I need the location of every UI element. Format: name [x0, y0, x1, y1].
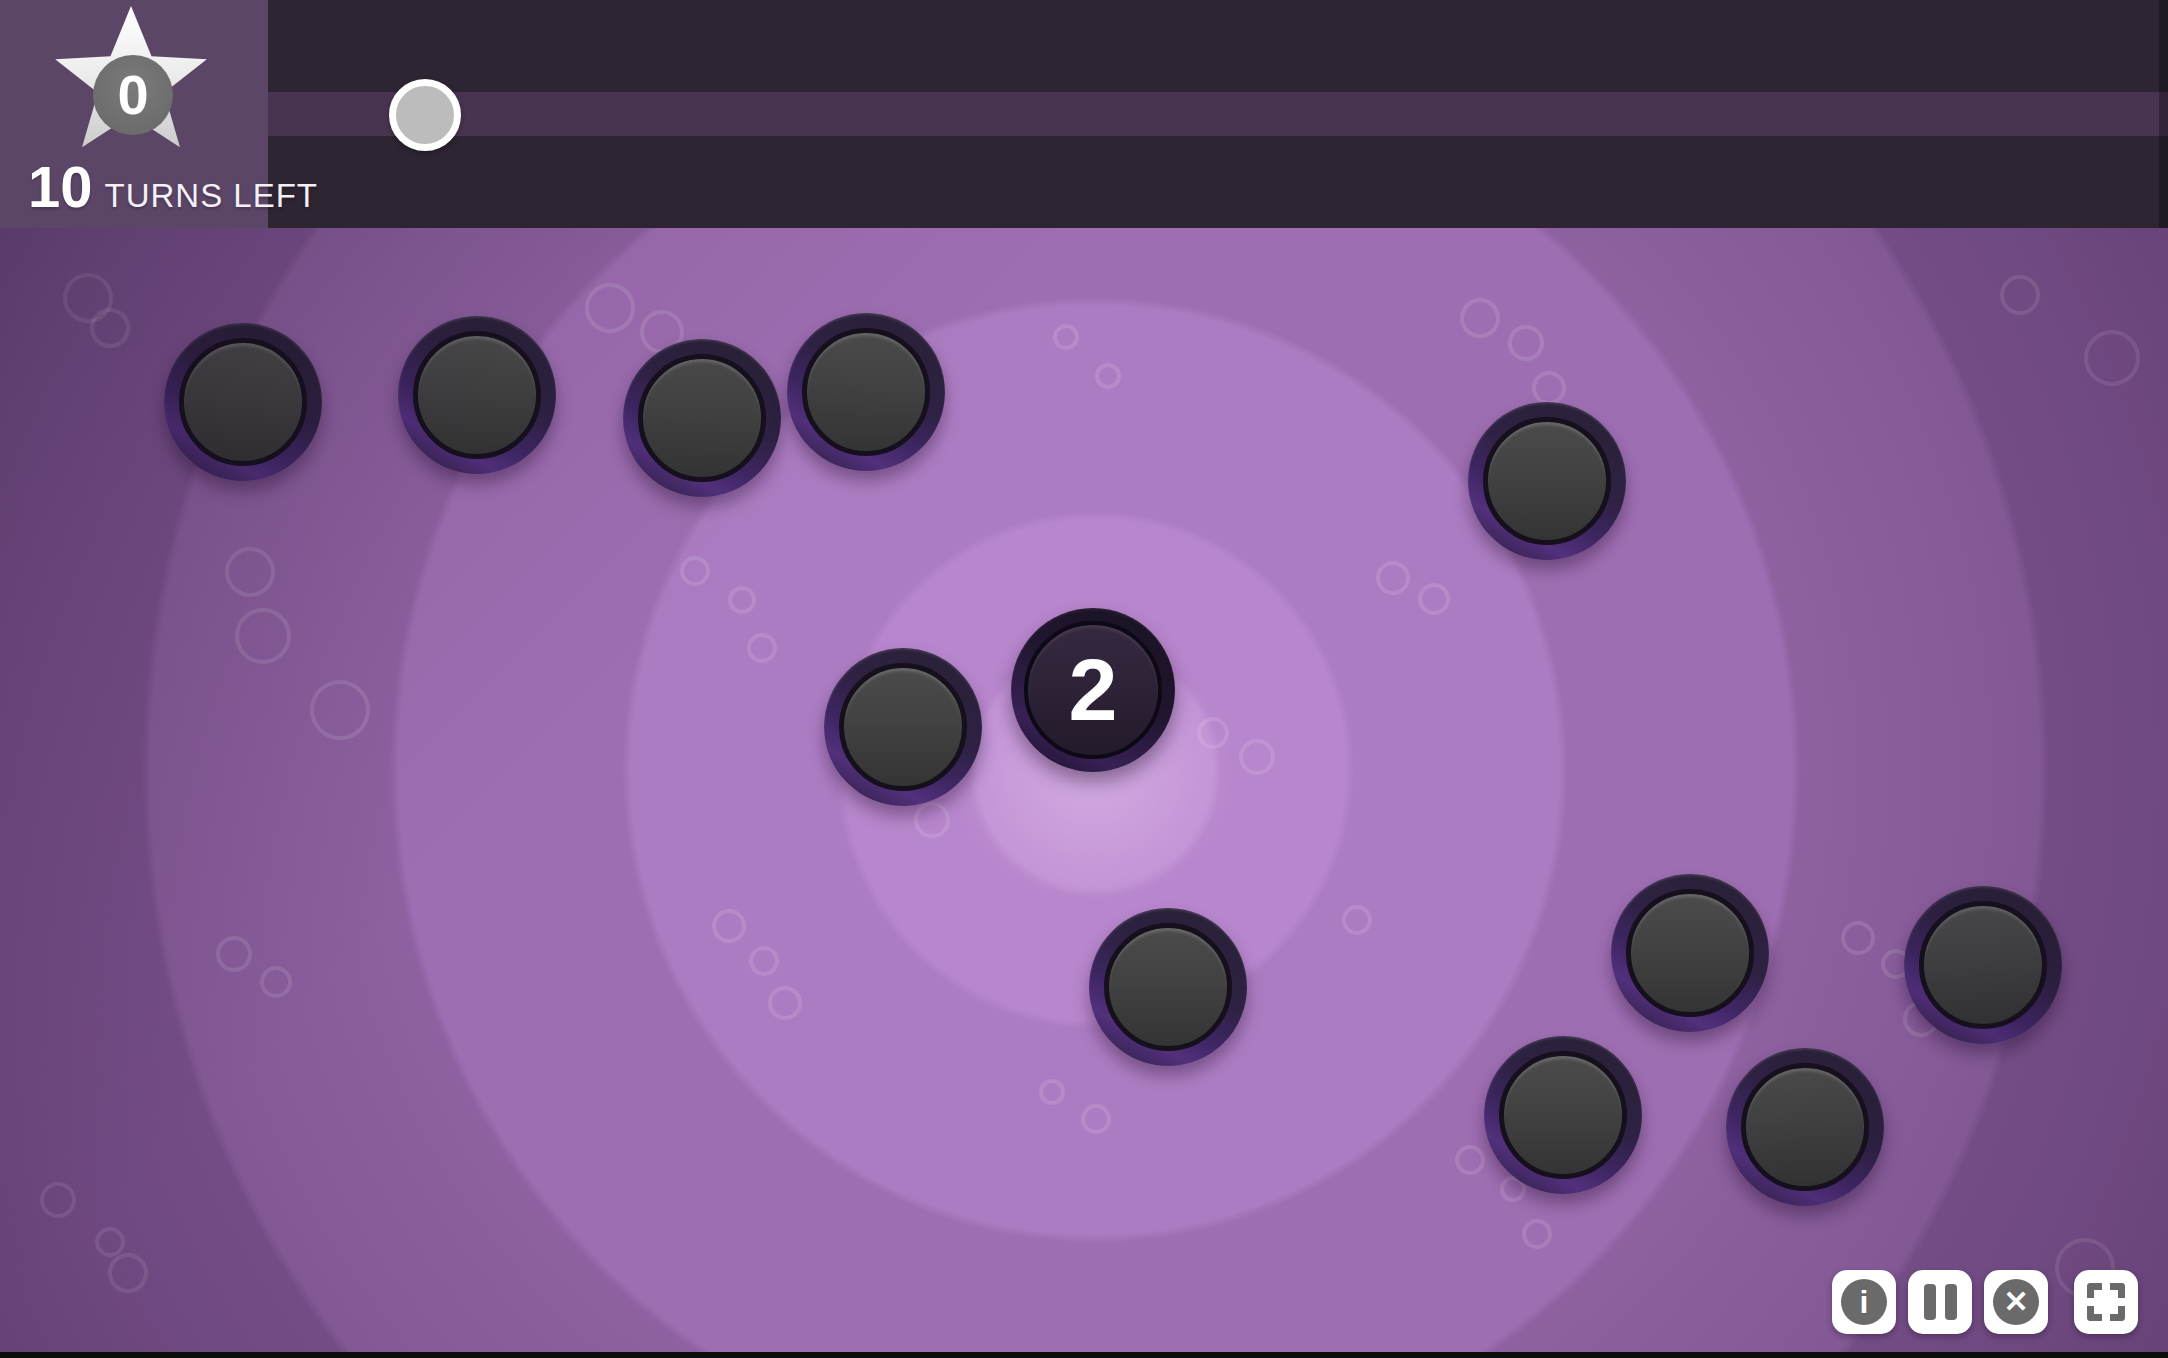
background-bubble-decoration [225, 547, 275, 597]
background-bubble-decoration [216, 936, 252, 972]
background-bubble-decoration [585, 283, 635, 333]
background-bubble-decoration [914, 802, 950, 838]
bubble-piece[interactable] [1611, 874, 1769, 1032]
background-bubble-decoration [2084, 330, 2140, 386]
background-bubble-decoration [1841, 921, 1875, 955]
top-bar [0, 0, 2168, 228]
background-bubble-decoration [260, 966, 292, 998]
background-bubble-decoration [95, 1227, 125, 1257]
turns-label: TURNS LEFT [105, 177, 319, 215]
background-bubble-decoration [310, 680, 370, 740]
background-bubble-decoration [1455, 1145, 1485, 1175]
score-value: 0 [117, 67, 148, 123]
score-badge: 0 [93, 55, 173, 135]
info-button[interactable]: i [1832, 1270, 1896, 1334]
pause-icon [1924, 1284, 1957, 1320]
info-icon: i [1841, 1279, 1887, 1325]
background-bubble-decoration [1342, 905, 1372, 935]
game-stage: 2 0 10 TURNS LEFT i ✕ [0, 0, 2168, 1358]
bubble-count-label: 2 [1011, 608, 1175, 772]
turn-slider-knob[interactable] [389, 79, 461, 151]
background-bubble-decoration [1039, 1079, 1065, 1105]
background-bubble-decoration [1197, 717, 1229, 749]
background-bubble-decoration [1053, 324, 1079, 350]
background-bubble-decoration [2000, 275, 2040, 315]
bubble-piece[interactable] [398, 316, 556, 474]
close-button[interactable]: ✕ [1984, 1270, 2048, 1334]
background-bubble-decoration [1508, 325, 1544, 361]
background-bubble-decoration [1239, 739, 1275, 775]
background-bubble-decoration [1418, 583, 1450, 615]
background-bubble-decoration [40, 1182, 76, 1218]
bubble-piece[interactable] [787, 313, 945, 471]
background-bubble-decoration [108, 1253, 148, 1293]
numbered-bubble-piece[interactable]: 2 [1011, 608, 1175, 772]
background-bubble-decoration [712, 909, 746, 943]
bottom-letterbox [0, 1352, 2168, 1358]
background-bubble-decoration [1095, 363, 1121, 389]
background-bubble-decoration [749, 946, 779, 976]
background-bubble-decoration [235, 608, 291, 664]
bubble-piece[interactable] [824, 648, 982, 806]
background-bubble-decoration [90, 308, 130, 348]
background-bubble-decoration [1532, 371, 1566, 405]
bubble-piece[interactable] [1726, 1048, 1884, 1206]
bubble-piece[interactable] [164, 323, 322, 481]
bubble-piece[interactable] [623, 339, 781, 497]
close-icon: ✕ [1993, 1279, 2039, 1325]
background-bubble-decoration [768, 986, 802, 1020]
background-bubble-decoration [747, 633, 777, 663]
fullscreen-button[interactable] [2074, 1270, 2138, 1334]
fullscreen-icon [2087, 1283, 2125, 1321]
background-bubble-decoration [1460, 298, 1500, 338]
turns-count: 10 [28, 158, 93, 216]
background-bubble-decoration [1081, 1104, 1111, 1134]
bubble-piece[interactable] [1904, 886, 2062, 1044]
turn-slider-track [0, 92, 2168, 136]
turns-left: 10 TURNS LEFT [28, 158, 318, 216]
background-bubble-decoration [680, 556, 710, 586]
background-bubble-decoration [1522, 1219, 1552, 1249]
background-bubble-decoration [1376, 561, 1410, 595]
pause-button[interactable] [1908, 1270, 1972, 1334]
background-bubble-decoration [728, 586, 756, 614]
bubble-piece[interactable] [1089, 908, 1247, 1066]
score-panel: 0 10 TURNS LEFT [0, 0, 268, 228]
bubble-piece[interactable] [1484, 1036, 1642, 1194]
bubble-piece[interactable] [1468, 402, 1626, 560]
